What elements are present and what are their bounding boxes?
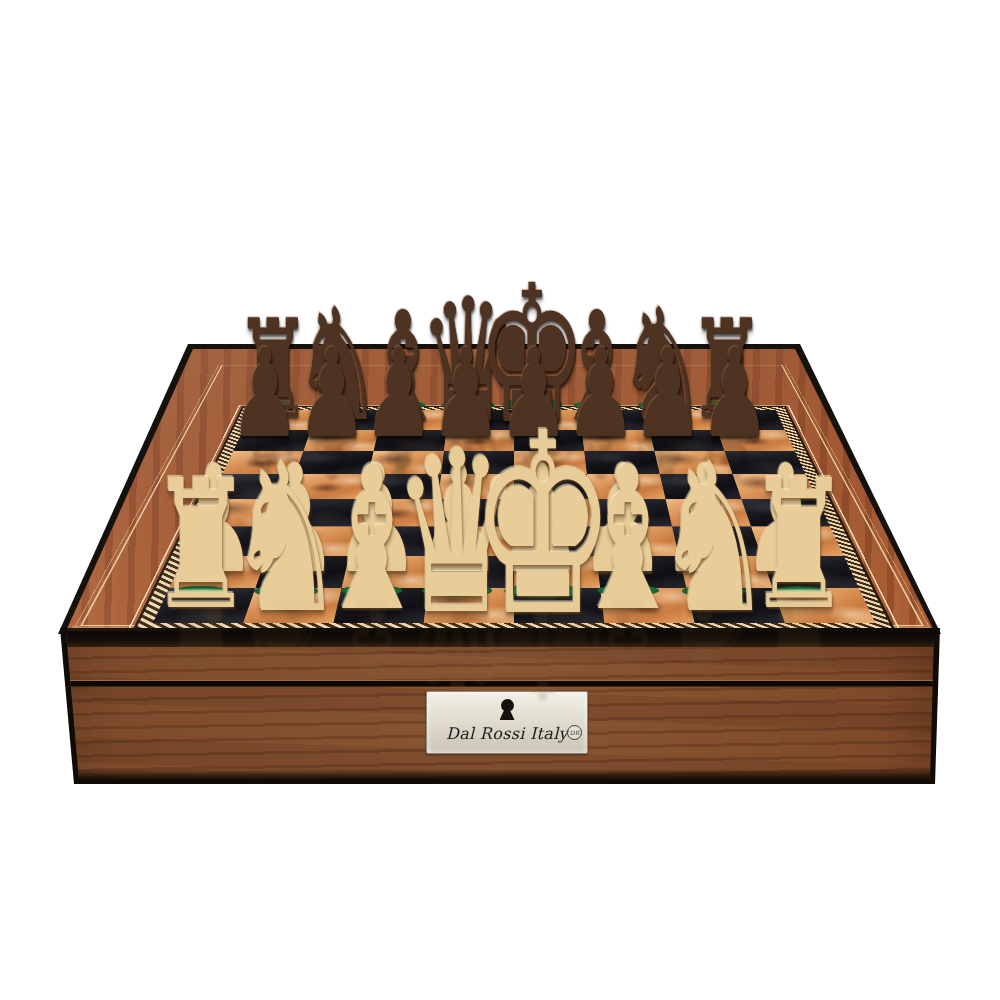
- reflection-h1: ♜: [747, 563, 851, 682]
- product-photo-scene: Dal Rossi Italy DR ♜♜♞♞♝♝♛♛♚♚♝♝♞♞♜♜♟♟♟♟♟…: [0, 0, 1000, 1000]
- pieces-layer: ♜♜♞♞♝♝♛♛♚♚♝♝♞♞♜♜♟♟♟♟♟♟♟♟♟♟♟♟♟♟♟♟♟♟♟♟♟♟♟♟…: [0, 0, 1000, 1000]
